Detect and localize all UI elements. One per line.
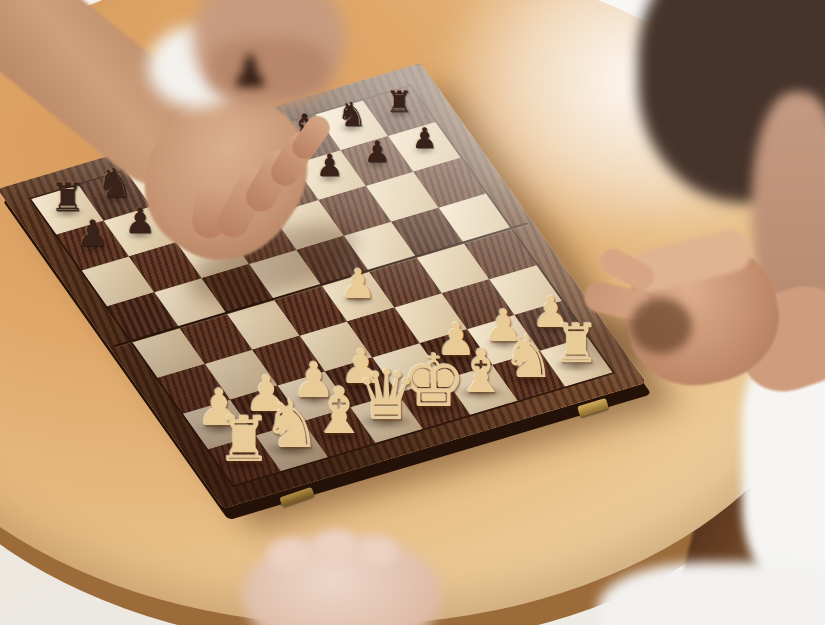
piece-white-pawn-e4[interactable]: ♟ bbox=[340, 263, 376, 304]
piece-white-knight-g1[interactable]: ♞ bbox=[503, 328, 556, 387]
piece-black-pawn-f7[interactable]: ♟ bbox=[316, 150, 344, 181]
piece-black-pawn-g7[interactable]: ♟ bbox=[364, 137, 391, 167]
piece-black-pawn-a7[interactable]: ♟ bbox=[76, 216, 109, 252]
piece-black-rook-h8[interactable]: ♜ bbox=[386, 87, 413, 117]
fist-knuckle bbox=[268, 538, 312, 570]
piece-white-rook-h1[interactable]: ♜ bbox=[552, 318, 600, 371]
piece-white-rook-a1[interactable]: ♜ bbox=[216, 409, 272, 471]
elderly-player-grip-shadow bbox=[630, 298, 692, 354]
held-dark-piece: ♟ bbox=[229, 44, 270, 98]
fist-knuckle bbox=[314, 530, 358, 562]
scene: ♜♞♝♛♚♝♞♜♟♟♟♟♟♟♟♟♟♟♟♟♟♟♟♟♜♞♝♛♚♝♞♜ ♟ bbox=[0, 0, 825, 625]
piece-black-knight-g8[interactable]: ♞ bbox=[337, 98, 367, 132]
piece-black-pawn-h7[interactable]: ♟ bbox=[412, 124, 438, 153]
fist-knuckle bbox=[358, 536, 398, 566]
